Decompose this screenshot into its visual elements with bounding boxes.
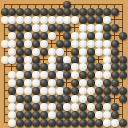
white-stone: [8, 79, 16, 87]
white-stone: [8, 111, 16, 119]
black-stone: [32, 111, 40, 119]
black-stone: [103, 95, 111, 103]
black-stone: [24, 119, 32, 127]
black-stone: [56, 79, 64, 87]
white-stone: [16, 16, 24, 24]
black-stone: [24, 95, 32, 103]
white-stone: [16, 103, 24, 111]
white-stone: [24, 63, 32, 71]
white-stone: [48, 111, 56, 119]
white-stone: [79, 95, 87, 103]
black-stone: [87, 48, 95, 56]
black-stone: [16, 32, 24, 40]
black-stone: [103, 87, 111, 95]
black-stone: [87, 32, 95, 40]
white-stone: [48, 48, 56, 56]
black-stone: [32, 103, 40, 111]
black-stone: [16, 24, 24, 32]
white-stone: [48, 63, 56, 71]
white-stone: [103, 119, 111, 127]
white-stone: [24, 79, 32, 87]
white-stone: [71, 32, 79, 40]
white-stone: [48, 87, 56, 95]
black-stone: [111, 48, 119, 56]
black-stone: [87, 119, 95, 127]
white-stone: [24, 40, 32, 48]
black-stone: [63, 119, 71, 127]
black-stone: [40, 119, 48, 127]
black-stone: [40, 79, 48, 87]
black-stone: [63, 63, 71, 71]
white-stone: [71, 63, 79, 71]
black-stone: [63, 95, 71, 103]
black-stone: [87, 111, 95, 119]
white-stone: [71, 71, 79, 79]
white-stone: [32, 48, 40, 56]
black-stone: [103, 32, 111, 40]
black-stone: [40, 63, 48, 71]
black-stone: [111, 87, 119, 95]
black-stone: [16, 119, 24, 127]
black-stone: [16, 40, 24, 48]
black-stone: [63, 32, 71, 40]
white-stone: [71, 16, 79, 24]
black-stone: [32, 63, 40, 71]
white-stone: [79, 87, 87, 95]
white-stone: [63, 16, 71, 24]
black-stone: [24, 8, 32, 16]
black-stone: [79, 71, 87, 79]
black-stone: [40, 111, 48, 119]
black-stone: [71, 8, 79, 16]
black-stone: [63, 87, 71, 95]
black-stone: [103, 24, 111, 32]
white-stone: [103, 103, 111, 111]
black-stone: [119, 95, 127, 103]
white-stone: [24, 32, 32, 40]
black-stone: [95, 119, 103, 127]
white-stone: [103, 16, 111, 24]
white-stone: [111, 119, 119, 127]
white-stone: [40, 87, 48, 95]
white-stone: [8, 119, 16, 127]
white-stone: [103, 111, 111, 119]
white-stone: [48, 16, 56, 24]
black-stone: [24, 24, 32, 32]
white-stone: [40, 24, 48, 32]
black-stone: [63, 71, 71, 79]
black-stone: [16, 63, 24, 71]
white-stone: [40, 71, 48, 79]
white-stone: [48, 32, 56, 40]
white-stone: [8, 103, 16, 111]
black-stone: [71, 48, 79, 56]
black-stone: [79, 16, 87, 24]
white-stone: [87, 40, 95, 48]
black-stone: [40, 32, 48, 40]
white-stone: [79, 24, 87, 32]
black-stone: [63, 40, 71, 48]
white-stone: [8, 40, 16, 48]
white-stone: [79, 79, 87, 87]
black-stone: [48, 119, 56, 127]
black-stone: [87, 63, 95, 71]
white-stone: [95, 79, 103, 87]
black-stone: [119, 32, 127, 40]
white-stone: [103, 71, 111, 79]
black-stone: [48, 71, 56, 79]
black-stone: [79, 103, 87, 111]
black-stone: [16, 48, 24, 56]
black-stone: [32, 40, 40, 48]
white-stone: [8, 48, 16, 56]
go-board[interactable]: [0, 0, 128, 128]
white-stone: [79, 40, 87, 48]
black-stone: [40, 8, 48, 16]
black-stone: [79, 8, 87, 16]
black-stone: [95, 95, 103, 103]
white-stone: [8, 32, 16, 40]
black-stone: [71, 119, 79, 127]
black-stone: [87, 8, 95, 16]
white-stone: [95, 48, 103, 56]
black-stone: [111, 40, 119, 48]
white-stone: [63, 103, 71, 111]
black-stone: [24, 71, 32, 79]
black-stone: [16, 111, 24, 119]
white-stone: [71, 95, 79, 103]
black-stone: [87, 95, 95, 103]
black-stone: [111, 8, 119, 16]
white-stone: [103, 40, 111, 48]
white-stone: [71, 103, 79, 111]
black-stone: [119, 63, 127, 71]
black-stone: [79, 111, 87, 119]
white-stone: [32, 24, 40, 32]
white-stone: [87, 87, 95, 95]
white-stone: [71, 40, 79, 48]
black-stone: [111, 63, 119, 71]
white-stone: [95, 111, 103, 119]
black-stone: [87, 71, 95, 79]
white-stone: [103, 48, 111, 56]
black-stone: [79, 119, 87, 127]
white-stone: [16, 71, 24, 79]
black-stone: [16, 8, 24, 16]
white-stone: [95, 24, 103, 32]
black-stone: [32, 119, 40, 127]
white-stone: [32, 79, 40, 87]
white-stone: [79, 48, 87, 56]
black-stone: [103, 8, 111, 16]
black-stone: [95, 87, 103, 95]
white-stone: [8, 71, 16, 79]
black-stone: [8, 8, 16, 16]
black-stone: [87, 16, 95, 24]
black-stone: [8, 87, 16, 95]
black-stone: [32, 8, 40, 16]
black-stone: [63, 8, 71, 16]
black-stone: [40, 95, 48, 103]
black-stone: [95, 8, 103, 16]
black-stone: [103, 79, 111, 87]
white-stone: [103, 63, 111, 71]
white-stone: [24, 87, 32, 95]
black-stone: [24, 111, 32, 119]
black-stone: [16, 95, 24, 103]
black-stone: [48, 8, 56, 16]
black-stone: [111, 79, 119, 87]
black-stone: [48, 24, 56, 32]
black-stone: [71, 87, 79, 95]
black-stone: [32, 87, 40, 95]
white-stone: [79, 32, 87, 40]
white-stone: [79, 63, 87, 71]
white-stone: [56, 48, 64, 56]
white-stone: [40, 40, 48, 48]
white-stone: [8, 16, 16, 24]
black-stone: [48, 95, 56, 103]
black-stone: [95, 103, 103, 111]
black-stone: [119, 71, 127, 79]
black-stone: [95, 16, 103, 24]
black-stone: [111, 103, 119, 111]
black-stone: [32, 32, 40, 40]
white-stone: [87, 24, 95, 32]
white-stone: [32, 71, 40, 79]
black-stone: [40, 48, 48, 56]
black-stone: [16, 79, 24, 87]
black-stone: [87, 79, 95, 87]
black-stone: [71, 79, 79, 87]
white-stone: [8, 56, 16, 64]
black-stone: [63, 111, 71, 119]
black-stone: [71, 111, 79, 119]
white-stone: [95, 71, 103, 79]
white-stone: [87, 103, 95, 111]
white-stone: [32, 16, 40, 24]
black-stone: [24, 103, 32, 111]
black-stone: [111, 71, 119, 79]
black-stone: [111, 111, 119, 119]
white-stone: [40, 103, 48, 111]
white-stone: [48, 79, 56, 87]
white-stone: [95, 32, 103, 40]
white-stone: [24, 16, 32, 24]
black-stone: [24, 48, 32, 56]
white-stone: [8, 95, 16, 103]
black-stone: [111, 24, 119, 32]
black-stone: [95, 63, 103, 71]
black-stone: [119, 87, 127, 95]
white-stone: [16, 87, 24, 95]
black-stone: [63, 24, 71, 32]
white-stone: [32, 95, 40, 103]
white-stone: [40, 16, 48, 24]
black-stone: [119, 119, 127, 127]
black-stone: [8, 24, 16, 32]
white-stone: [48, 103, 56, 111]
white-stone: [95, 40, 103, 48]
